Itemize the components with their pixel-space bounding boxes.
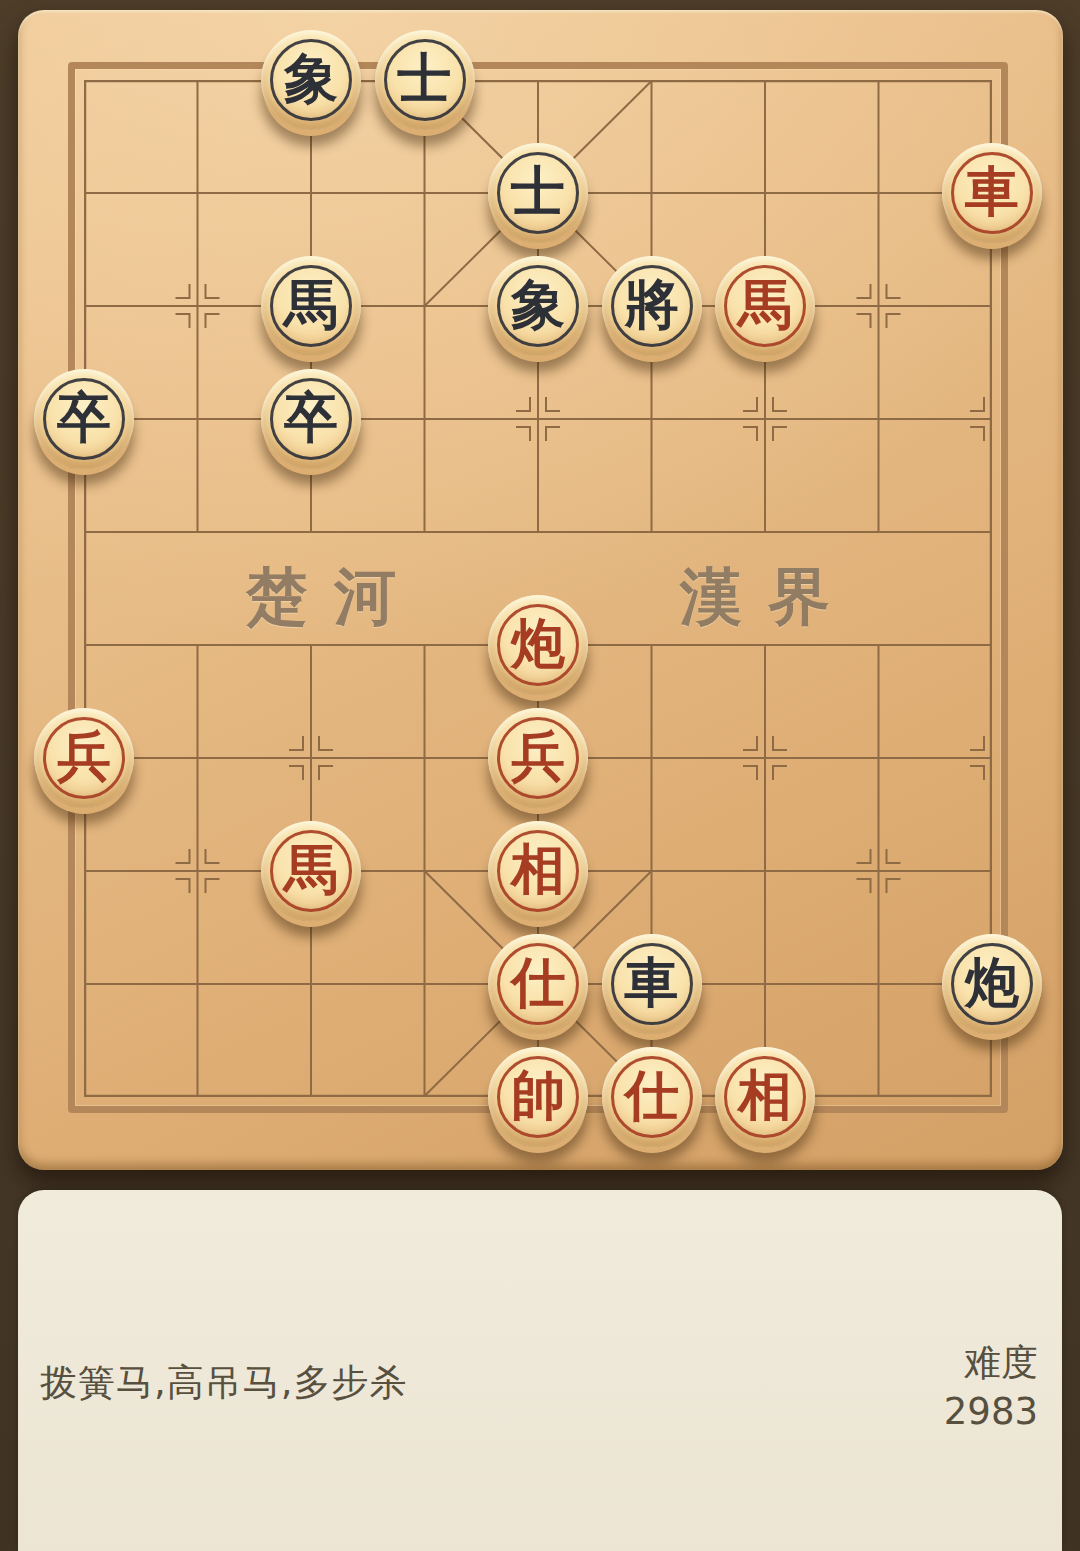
piece-glyph: 炮 (488, 595, 588, 695)
piece-black-pawn[interactable]: 卒 (34, 369, 134, 469)
piece-red-horse[interactable]: 馬 (715, 256, 815, 356)
piece-red-horse[interactable]: 馬 (261, 821, 361, 921)
piece-glyph: 馬 (715, 256, 815, 356)
piece-glyph: 兵 (488, 708, 588, 808)
difficulty-label: 难度 (944, 1338, 1038, 1387)
info-panel: 拨簧马,高吊马,多步杀 难度 2983 (18, 1190, 1062, 1551)
piece-black-rook[interactable]: 車 (602, 934, 702, 1034)
piece-glyph: 象 (261, 30, 361, 130)
piece-glyph: 兵 (34, 708, 134, 808)
piece-black-advisor[interactable]: 士 (375, 30, 475, 130)
piece-black-cannon[interactable]: 炮 (942, 934, 1042, 1034)
river-label-right: 漢界 (680, 562, 856, 632)
piece-glyph: 相 (488, 821, 588, 921)
piece-glyph: 士 (375, 30, 475, 130)
river-label-left: 楚河 (246, 562, 422, 632)
piece-glyph: 帥 (488, 1047, 588, 1147)
piece-glyph: 馬 (261, 821, 361, 921)
piece-glyph: 馬 (261, 256, 361, 356)
piece-red-pawn[interactable]: 兵 (34, 708, 134, 808)
piece-red-pawn[interactable]: 兵 (488, 708, 588, 808)
tactic-text: 拨簧马,高吊马,多步杀 (40, 1358, 408, 1408)
piece-red-elephant[interactable]: 相 (715, 1047, 815, 1147)
piece-glyph: 象 (488, 256, 588, 356)
piece-black-general[interactable]: 將 (602, 256, 702, 356)
xiangqi-board: 楚河 漢界 象士士車馬象將馬卒卒炮兵兵馬相仕車炮帥仕相 (18, 10, 1063, 1170)
piece-glyph: 士 (488, 143, 588, 243)
piece-glyph: 車 (942, 143, 1042, 243)
difficulty-value: 2983 (944, 1387, 1038, 1436)
piece-black-pawn[interactable]: 卒 (261, 369, 361, 469)
screen: 楚河 漢界 象士士車馬象將馬卒卒炮兵兵馬相仕車炮帥仕相 拨簧马,高吊马,多步杀 … (0, 0, 1080, 1551)
piece-glyph: 仕 (488, 934, 588, 1034)
piece-glyph: 卒 (261, 369, 361, 469)
piece-black-advisor[interactable]: 士 (488, 143, 588, 243)
piece-black-horse[interactable]: 馬 (261, 256, 361, 356)
piece-black-elephant[interactable]: 象 (261, 30, 361, 130)
piece-black-elephant[interactable]: 象 (488, 256, 588, 356)
piece-red-advisor[interactable]: 仕 (488, 934, 588, 1034)
piece-red-elephant[interactable]: 相 (488, 821, 588, 921)
piece-glyph: 卒 (34, 369, 134, 469)
piece-red-advisor[interactable]: 仕 (602, 1047, 702, 1147)
piece-glyph: 將 (602, 256, 702, 356)
difficulty-block: 难度 2983 (944, 1338, 1038, 1436)
piece-red-general[interactable]: 帥 (488, 1047, 588, 1147)
piece-red-cannon[interactable]: 炮 (488, 595, 588, 695)
piece-glyph: 仕 (602, 1047, 702, 1147)
piece-red-rook[interactable]: 車 (942, 143, 1042, 243)
piece-glyph: 炮 (942, 934, 1042, 1034)
piece-glyph: 相 (715, 1047, 815, 1147)
piece-glyph: 車 (602, 934, 702, 1034)
